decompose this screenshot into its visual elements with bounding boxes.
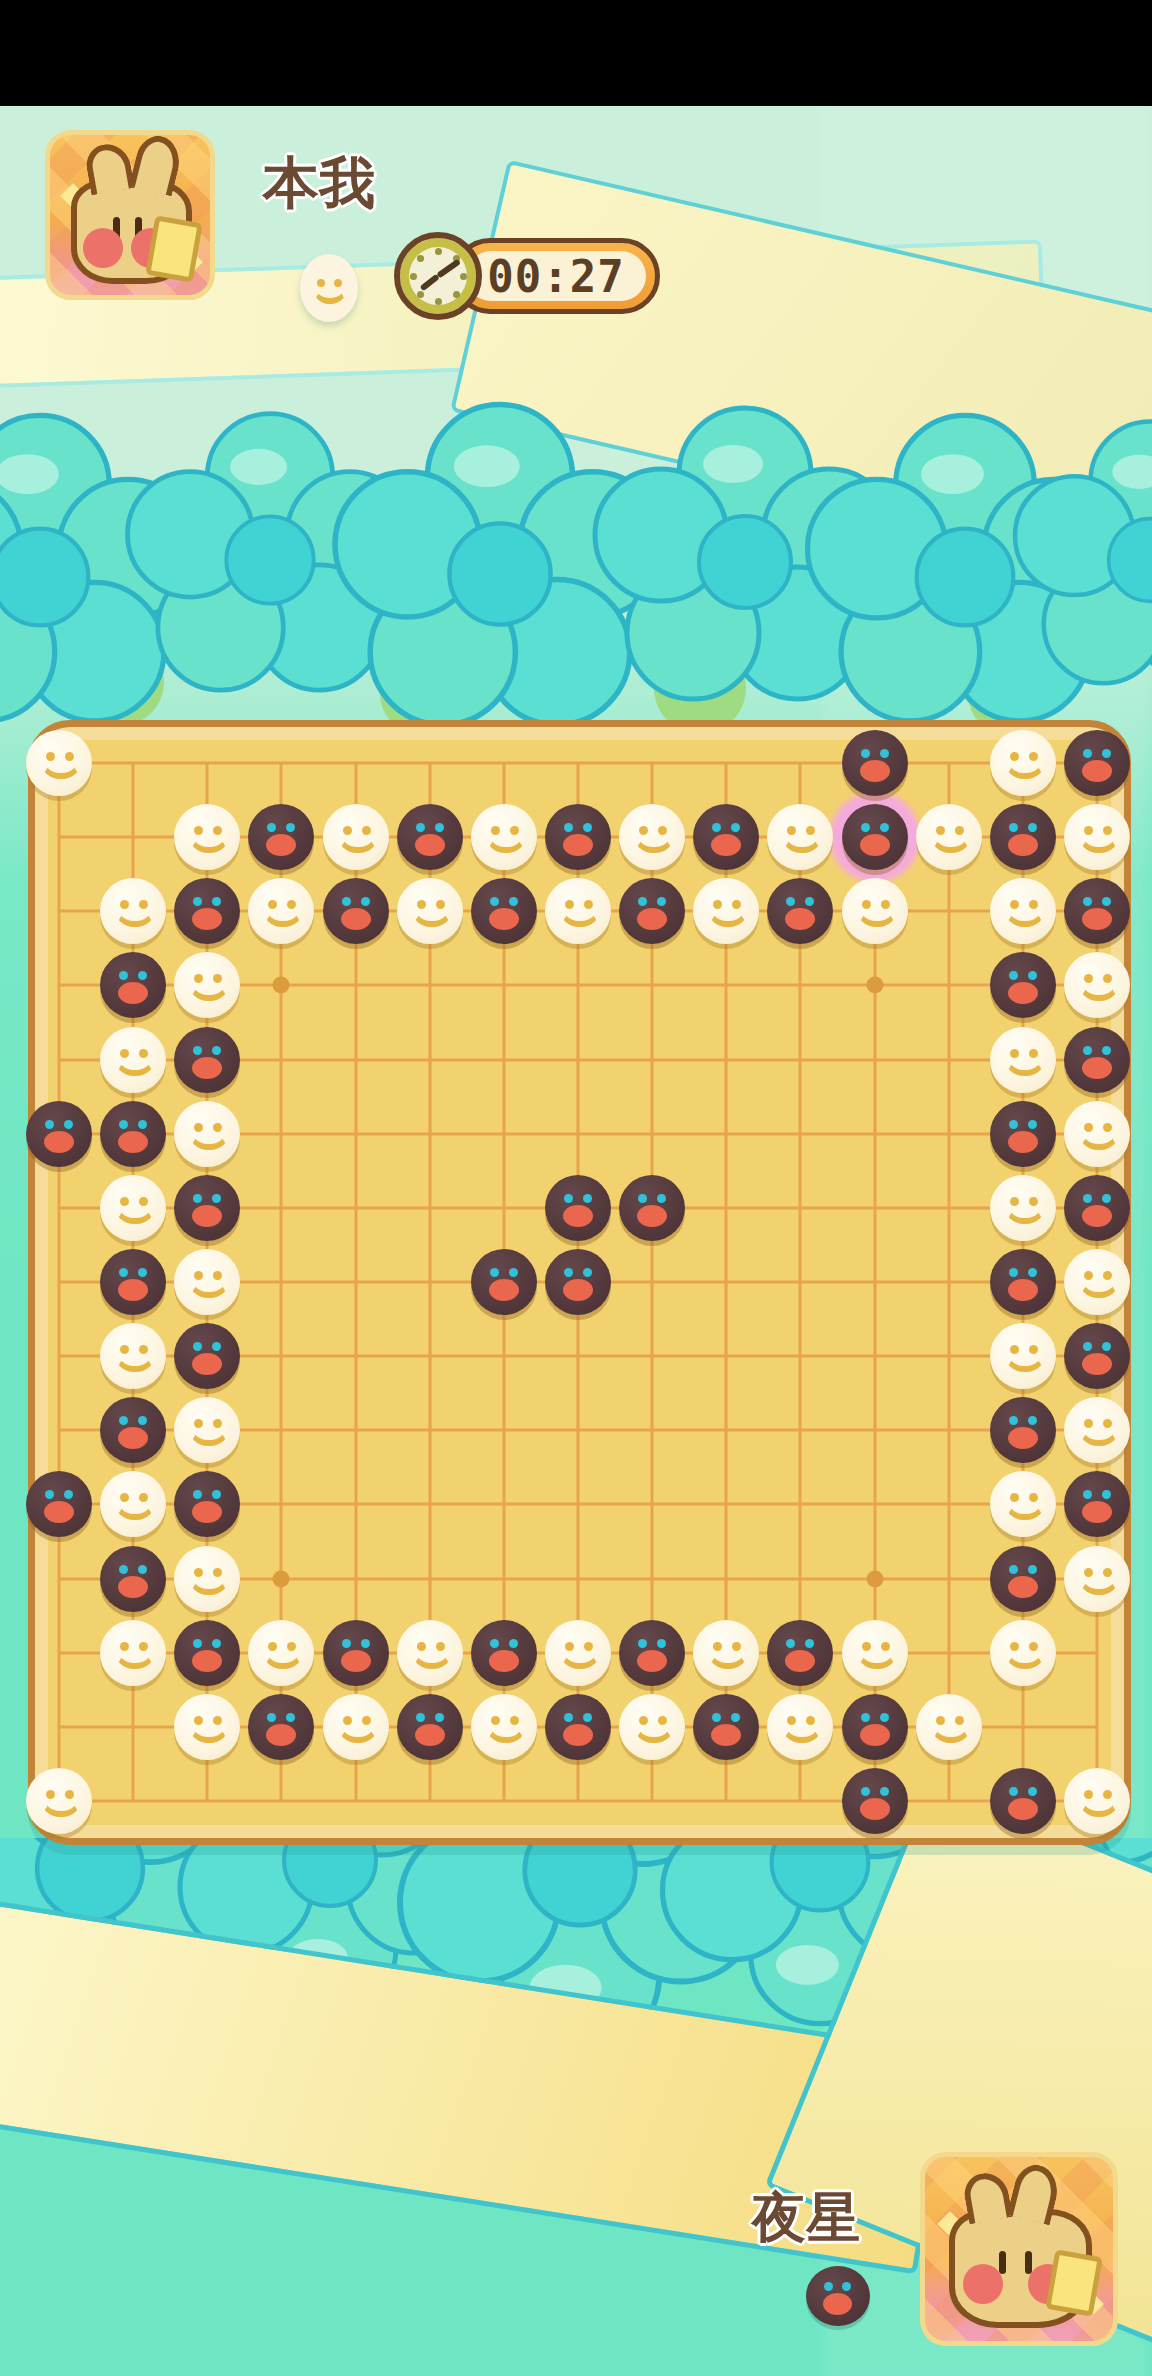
- black-stone: [619, 878, 685, 944]
- status-bar: [0, 0, 1152, 106]
- black-stone: [990, 1546, 1056, 1612]
- black-stone: [693, 1694, 759, 1760]
- white-stone: [248, 878, 314, 944]
- white-stone: [174, 1546, 240, 1612]
- white-stone: [100, 1323, 166, 1389]
- black-stone: [100, 952, 166, 1018]
- black-stone: [545, 804, 611, 870]
- white-stone: [916, 804, 982, 870]
- board-grid: [59, 763, 1097, 1801]
- black-stone: [842, 1694, 908, 1760]
- white-stone: [990, 1175, 1056, 1241]
- black-stone: [990, 1397, 1056, 1463]
- black-stone: [767, 1620, 833, 1686]
- white-stone: [323, 1694, 389, 1760]
- star-point: [273, 1570, 290, 1587]
- black-stone: [619, 1175, 685, 1241]
- black-stone: [545, 1694, 611, 1760]
- white-stone: [174, 1397, 240, 1463]
- white-stone: [100, 1620, 166, 1686]
- black-stone: [1064, 730, 1130, 796]
- white-stone: [990, 730, 1056, 796]
- white-stone: [842, 1620, 908, 1686]
- black-stone: [174, 1027, 240, 1093]
- black-stone: [323, 878, 389, 944]
- timer-value: 00:27: [466, 251, 646, 301]
- white-stone: [693, 878, 759, 944]
- player-top-avatar[interactable]: [45, 130, 215, 300]
- black-stone: [545, 1249, 611, 1315]
- black-stone: [26, 1471, 92, 1537]
- white-stone: [1064, 804, 1130, 870]
- black-stone: [471, 1620, 537, 1686]
- white-stone: [1064, 1546, 1130, 1612]
- player-bottom-name: 夜星: [752, 2182, 860, 2255]
- black-stone: [174, 1323, 240, 1389]
- white-stone: [174, 804, 240, 870]
- white-stone: [100, 1175, 166, 1241]
- player-top-name: 本我: [263, 146, 375, 222]
- clock-icon: [394, 232, 482, 320]
- white-stone: [174, 1694, 240, 1760]
- white-stone: [26, 730, 92, 796]
- black-stone: [990, 1768, 1056, 1834]
- flower-decoration-top: [0, 322, 1152, 722]
- black-stone: [323, 1620, 389, 1686]
- white-stone: [174, 1101, 240, 1167]
- black-stone: [1064, 1323, 1130, 1389]
- white-stone: [767, 1694, 833, 1760]
- black-stone: [174, 1620, 240, 1686]
- grid-line: [59, 1800, 1097, 1803]
- white-stone: [545, 878, 611, 944]
- grid-line: [947, 763, 950, 1801]
- black-stone: [397, 804, 463, 870]
- white-stone: [397, 1620, 463, 1686]
- white-stone: [545, 1620, 611, 1686]
- white-stone: [842, 878, 908, 944]
- game-screen: 本我 00:27 夜星: [0, 0, 1152, 2376]
- white-stone: [693, 1620, 759, 1686]
- black-stone: [1064, 1471, 1130, 1537]
- black-stone: [990, 804, 1056, 870]
- star-point: [273, 977, 290, 994]
- white-stone: [174, 1249, 240, 1315]
- bread-character-icon: [949, 2209, 1092, 2329]
- black-stone: [471, 1249, 537, 1315]
- white-stone: [471, 804, 537, 870]
- white-stone: [1064, 1768, 1130, 1834]
- white-stone: [619, 804, 685, 870]
- black-stone: [100, 1397, 166, 1463]
- black-stone: [693, 804, 759, 870]
- black-stone: [248, 804, 314, 870]
- white-stone: [1064, 1397, 1130, 1463]
- go-board[interactable]: [28, 720, 1131, 1845]
- white-stone: [916, 1694, 982, 1760]
- black-stone: [174, 1175, 240, 1241]
- bread-character-icon: [71, 180, 193, 284]
- black-stone: [100, 1249, 166, 1315]
- star-point: [866, 1570, 883, 1587]
- timer-pill: 00:27: [452, 238, 660, 314]
- white-stone: [100, 1027, 166, 1093]
- black-stone: [174, 1471, 240, 1537]
- white-stone: [323, 804, 389, 870]
- white-stone: [1064, 952, 1130, 1018]
- white-stone: [26, 1768, 92, 1834]
- black-stone: [471, 878, 537, 944]
- black-stone: [1064, 878, 1130, 944]
- white-stone: [990, 1323, 1056, 1389]
- white-stone: [174, 952, 240, 1018]
- white-stone: [1064, 1101, 1130, 1167]
- white-stone: [1064, 1249, 1130, 1315]
- white-stone: [471, 1694, 537, 1760]
- black-stone: [397, 1694, 463, 1760]
- black-stone: [100, 1101, 166, 1167]
- white-stone: [990, 1027, 1056, 1093]
- black-stone-indicator: [806, 2266, 870, 2326]
- white-stone: [990, 1620, 1056, 1686]
- black-stone: [842, 804, 908, 870]
- black-stone: [1064, 1175, 1130, 1241]
- white-stone: [990, 878, 1056, 944]
- white-stone: [990, 1471, 1056, 1537]
- black-stone: [174, 878, 240, 944]
- star-point: [866, 977, 883, 994]
- black-stone: [1064, 1027, 1130, 1093]
- player-top-timer: 00:27: [394, 232, 666, 324]
- white-stone: [248, 1620, 314, 1686]
- black-stone: [842, 1768, 908, 1834]
- white-stone: [619, 1694, 685, 1760]
- white-stone: [397, 878, 463, 944]
- white-stone-indicator: [300, 254, 358, 322]
- white-stone: [100, 878, 166, 944]
- player-bottom-avatar[interactable]: [920, 2152, 1118, 2346]
- black-stone: [990, 1101, 1056, 1167]
- black-stone: [26, 1101, 92, 1167]
- black-stone: [619, 1620, 685, 1686]
- white-stone: [767, 804, 833, 870]
- black-stone: [767, 878, 833, 944]
- black-stone: [990, 1249, 1056, 1315]
- black-stone: [248, 1694, 314, 1760]
- black-stone: [842, 730, 908, 796]
- black-stone: [990, 952, 1056, 1018]
- black-stone: [545, 1175, 611, 1241]
- black-stone: [100, 1546, 166, 1612]
- white-stone: [100, 1471, 166, 1537]
